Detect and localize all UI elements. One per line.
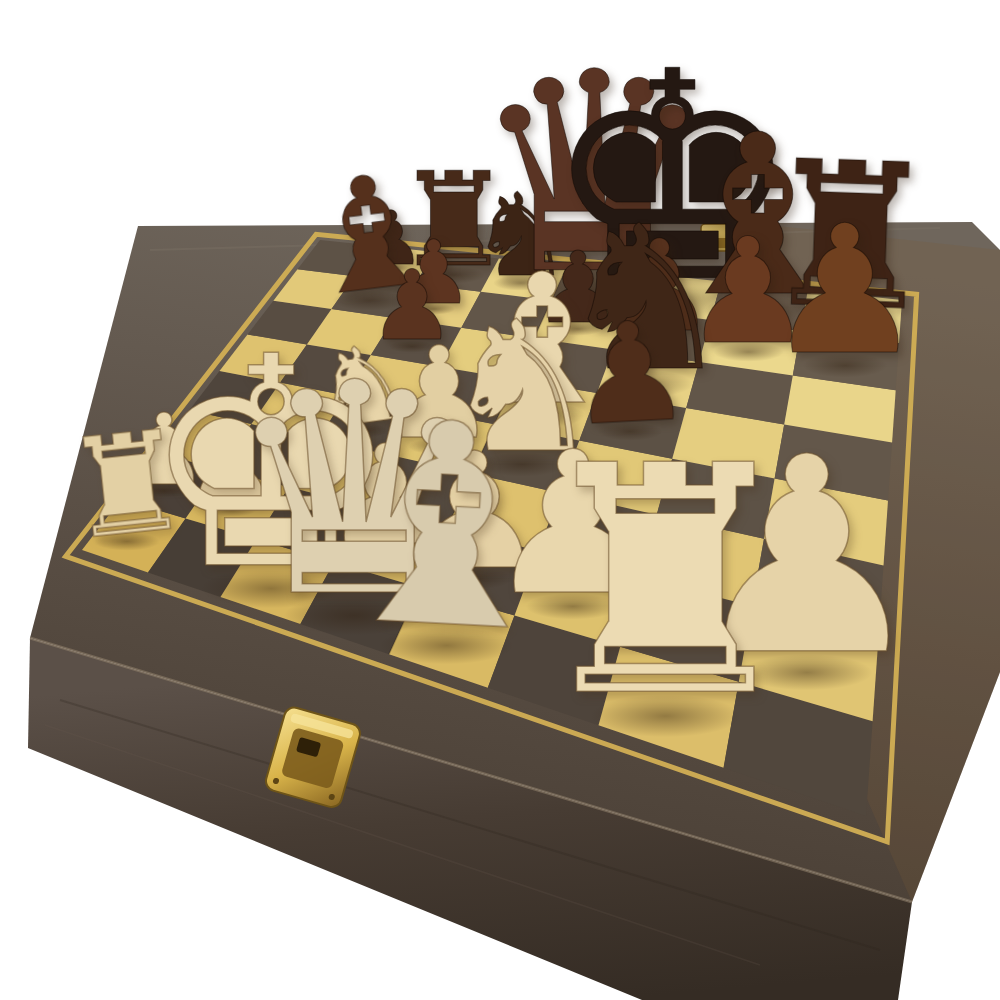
chess-set-photo: ♜♟♟♚♛♝♟♟♟♟♜♞♟♞♝♟♜♞♛♚♝♜♝♟♟♟♟♟♟♞♟ — [0, 0, 1000, 1000]
hinge — [701, 224, 745, 251]
chess-board — [0, 0, 1000, 1000]
